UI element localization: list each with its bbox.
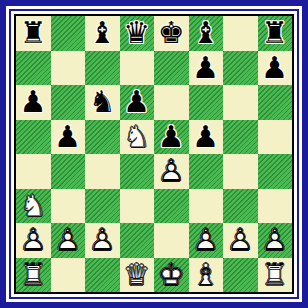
square-e1[interactable]: ♚♔ bbox=[154, 258, 189, 293]
square-a3[interactable]: ♞♘ bbox=[16, 189, 51, 224]
board-frame-outer-navy: ♜♝♛♚♝♜♟♟♟♞♟♟♞♘♟♟♟♙♞♘♟♙♟♙♟♙♟♙♟♙♟♙♜♖♛♕♚♔♝♗… bbox=[0, 0, 308, 308]
square-f5[interactable]: ♟ bbox=[189, 120, 224, 155]
black-pawn[interactable]: ♟ bbox=[51, 120, 86, 155]
piece-solid-glyph: ♝ bbox=[85, 16, 120, 51]
square-c4[interactable] bbox=[85, 154, 120, 189]
piece-outline-glyph: ♔ bbox=[154, 258, 189, 293]
black-knight[interactable]: ♞ bbox=[85, 85, 120, 120]
square-f4[interactable] bbox=[189, 154, 224, 189]
square-b1[interactable] bbox=[51, 258, 86, 293]
piece-solid-glyph: ♛ bbox=[120, 16, 155, 51]
piece-solid-glyph: ♟ bbox=[189, 51, 224, 86]
square-g2[interactable]: ♟♙ bbox=[223, 223, 258, 258]
white-queen[interactable]: ♛♕ bbox=[120, 258, 155, 293]
square-d3[interactable] bbox=[120, 189, 155, 224]
square-f3[interactable] bbox=[189, 189, 224, 224]
square-c5[interactable] bbox=[85, 120, 120, 155]
white-pawn[interactable]: ♟♙ bbox=[51, 223, 86, 258]
piece-solid-glyph: ♝ bbox=[189, 16, 224, 51]
board-frame-navy-line: ♜♝♛♚♝♜♟♟♟♞♟♟♞♘♟♟♟♙♞♘♟♙♟♙♟♙♟♙♟♙♟♙♜♖♛♕♚♔♝♗… bbox=[9, 9, 299, 299]
black-rook[interactable]: ♜ bbox=[258, 16, 293, 51]
square-b7[interactable] bbox=[51, 51, 86, 86]
square-f2[interactable]: ♟♙ bbox=[189, 223, 224, 258]
square-f6[interactable] bbox=[189, 85, 224, 120]
square-d6[interactable]: ♟ bbox=[120, 85, 155, 120]
white-rook[interactable]: ♜♖ bbox=[258, 258, 293, 293]
piece-outline-glyph: ♙ bbox=[16, 223, 51, 258]
square-e7[interactable] bbox=[154, 51, 189, 86]
black-pawn[interactable]: ♟ bbox=[258, 51, 293, 86]
piece-solid-glyph: ♟ bbox=[154, 120, 189, 155]
square-a4[interactable] bbox=[16, 154, 51, 189]
black-bishop[interactable]: ♝ bbox=[85, 16, 120, 51]
square-b8[interactable] bbox=[51, 16, 86, 51]
square-g1[interactable] bbox=[223, 258, 258, 293]
white-knight[interactable]: ♞♘ bbox=[16, 189, 51, 224]
square-h6[interactable] bbox=[258, 85, 293, 120]
piece-outline-glyph: ♘ bbox=[16, 189, 51, 224]
square-a6[interactable]: ♟ bbox=[16, 85, 51, 120]
piece-outline-glyph: ♙ bbox=[258, 223, 293, 258]
square-f1[interactable]: ♝♗ bbox=[189, 258, 224, 293]
square-f7[interactable]: ♟ bbox=[189, 51, 224, 86]
board-frame-black-line: ♜♝♛♚♝♜♟♟♟♞♟♟♞♘♟♟♟♙♞♘♟♙♟♙♟♙♟♙♟♙♟♙♜♖♛♕♚♔♝♗… bbox=[14, 14, 294, 294]
square-h5[interactable] bbox=[258, 120, 293, 155]
square-c3[interactable] bbox=[85, 189, 120, 224]
square-e8[interactable]: ♚ bbox=[154, 16, 189, 51]
piece-outline-glyph: ♖ bbox=[258, 258, 293, 293]
white-pawn[interactable]: ♟♙ bbox=[16, 223, 51, 258]
piece-outline-glyph: ♙ bbox=[51, 223, 86, 258]
square-a1[interactable]: ♜♖ bbox=[16, 258, 51, 293]
square-e5[interactable]: ♟ bbox=[154, 120, 189, 155]
piece-outline-glyph: ♗ bbox=[189, 258, 224, 293]
square-c6[interactable]: ♞ bbox=[85, 85, 120, 120]
black-pawn[interactable]: ♟ bbox=[189, 120, 224, 155]
square-h8[interactable]: ♜ bbox=[258, 16, 293, 51]
piece-outline-glyph: ♙ bbox=[189, 223, 224, 258]
white-knight[interactable]: ♞♘ bbox=[120, 120, 155, 155]
square-c8[interactable]: ♝ bbox=[85, 16, 120, 51]
square-d2[interactable] bbox=[120, 223, 155, 258]
square-b5[interactable]: ♟ bbox=[51, 120, 86, 155]
piece-outline-glyph: ♙ bbox=[154, 154, 189, 189]
square-g8[interactable] bbox=[223, 16, 258, 51]
square-a7[interactable] bbox=[16, 51, 51, 86]
square-f8[interactable]: ♝ bbox=[189, 16, 224, 51]
white-bishop[interactable]: ♝♗ bbox=[189, 258, 224, 293]
square-c2[interactable]: ♟♙ bbox=[85, 223, 120, 258]
piece-outline-glyph: ♘ bbox=[120, 120, 155, 155]
piece-solid-glyph: ♟ bbox=[258, 51, 293, 86]
square-h2[interactable]: ♟♙ bbox=[258, 223, 293, 258]
square-b2[interactable]: ♟♙ bbox=[51, 223, 86, 258]
piece-outline-glyph: ♙ bbox=[223, 223, 258, 258]
black-king[interactable]: ♚ bbox=[154, 16, 189, 51]
black-pawn[interactable]: ♟ bbox=[120, 85, 155, 120]
piece-solid-glyph: ♜ bbox=[258, 16, 293, 51]
white-pawn[interactable]: ♟♙ bbox=[154, 154, 189, 189]
white-rook[interactable]: ♜♖ bbox=[16, 258, 51, 293]
square-d7[interactable] bbox=[120, 51, 155, 86]
white-pawn[interactable]: ♟♙ bbox=[223, 223, 258, 258]
square-c7[interactable] bbox=[85, 51, 120, 86]
square-h4[interactable] bbox=[258, 154, 293, 189]
square-g3[interactable] bbox=[223, 189, 258, 224]
black-pawn[interactable]: ♟ bbox=[154, 120, 189, 155]
black-bishop[interactable]: ♝ bbox=[189, 16, 224, 51]
square-h3[interactable] bbox=[258, 189, 293, 224]
square-h7[interactable]: ♟ bbox=[258, 51, 293, 86]
square-a2[interactable]: ♟♙ bbox=[16, 223, 51, 258]
piece-solid-glyph: ♚ bbox=[154, 16, 189, 51]
black-queen[interactable]: ♛ bbox=[120, 16, 155, 51]
white-pawn[interactable]: ♟♙ bbox=[85, 223, 120, 258]
square-e3[interactable] bbox=[154, 189, 189, 224]
piece-outline-glyph: ♖ bbox=[16, 258, 51, 293]
piece-solid-glyph: ♟ bbox=[16, 85, 51, 120]
square-e6[interactable] bbox=[154, 85, 189, 120]
square-d4[interactable] bbox=[120, 154, 155, 189]
piece-solid-glyph: ♟ bbox=[189, 120, 224, 155]
square-g7[interactable] bbox=[223, 51, 258, 86]
board-frame-white-inner: ♜♝♛♚♝♜♟♟♟♞♟♟♞♘♟♟♟♙♞♘♟♙♟♙♟♙♟♙♟♙♟♙♜♖♛♕♚♔♝♗… bbox=[11, 11, 297, 297]
white-king[interactable]: ♚♔ bbox=[154, 258, 189, 293]
square-e2[interactable] bbox=[154, 223, 189, 258]
piece-solid-glyph: ♞ bbox=[85, 85, 120, 120]
square-a5[interactable] bbox=[16, 120, 51, 155]
piece-outline-glyph: ♕ bbox=[120, 258, 155, 293]
square-b6[interactable] bbox=[51, 85, 86, 120]
square-d8[interactable]: ♛ bbox=[120, 16, 155, 51]
square-a8[interactable]: ♜ bbox=[16, 16, 51, 51]
square-h1[interactable]: ♜♖ bbox=[258, 258, 293, 293]
piece-solid-glyph: ♟ bbox=[120, 85, 155, 120]
white-pawn[interactable]: ♟♙ bbox=[189, 223, 224, 258]
square-c1[interactable] bbox=[85, 258, 120, 293]
square-e4[interactable]: ♟♙ bbox=[154, 154, 189, 189]
board-frame-white-band: ♜♝♛♚♝♜♟♟♟♞♟♟♞♘♟♟♟♙♞♘♟♙♟♙♟♙♟♙♟♙♟♙♜♖♛♕♚♔♝♗… bbox=[6, 6, 302, 302]
piece-solid-glyph: ♜ bbox=[16, 16, 51, 51]
square-g5[interactable] bbox=[223, 120, 258, 155]
square-g4[interactable] bbox=[223, 154, 258, 189]
square-b4[interactable] bbox=[51, 154, 86, 189]
square-b3[interactable] bbox=[51, 189, 86, 224]
black-pawn[interactable]: ♟ bbox=[189, 51, 224, 86]
square-g6[interactable] bbox=[223, 85, 258, 120]
black-rook[interactable]: ♜ bbox=[16, 16, 51, 51]
piece-solid-glyph: ♟ bbox=[51, 120, 86, 155]
square-d5[interactable]: ♞♘ bbox=[120, 120, 155, 155]
square-d1[interactable]: ♛♕ bbox=[120, 258, 155, 293]
piece-outline-glyph: ♙ bbox=[85, 223, 120, 258]
chess-board: ♜♝♛♚♝♜♟♟♟♞♟♟♞♘♟♟♟♙♞♘♟♙♟♙♟♙♟♙♟♙♟♙♜♖♛♕♚♔♝♗… bbox=[16, 16, 292, 292]
black-pawn[interactable]: ♟ bbox=[16, 85, 51, 120]
white-pawn[interactable]: ♟♙ bbox=[258, 223, 293, 258]
